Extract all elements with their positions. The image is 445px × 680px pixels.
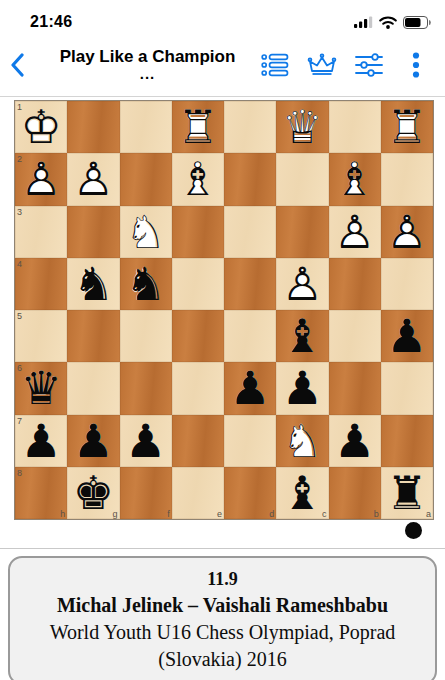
square-f1[interactable]: [120, 101, 172, 153]
square-h5[interactable]: 5: [15, 310, 67, 362]
piece-white-pawn: ♟♙: [67, 153, 119, 205]
square-a4[interactable]: [381, 258, 433, 310]
crown-button[interactable]: [298, 52, 345, 78]
sliders-icon: [354, 52, 384, 78]
cellular-signal-icon: [354, 16, 373, 28]
square-f7[interactable]: ♙♟: [120, 415, 172, 467]
piece-black-pawn: ♙♟: [224, 362, 276, 414]
piece-black-pawn: ♙♟: [381, 310, 433, 362]
square-g1[interactable]: [67, 101, 119, 153]
square-b3[interactable]: ♟♙: [329, 206, 381, 258]
piece-white-pawn: ♟♙: [15, 153, 67, 205]
piece-white-knight: ♞♘: [276, 415, 328, 467]
square-c2[interactable]: [276, 153, 328, 205]
rank-label-3: 3: [17, 207, 22, 217]
puzzle-number: 11.9: [20, 566, 425, 592]
piece-white-pawn: ♟♙: [276, 258, 328, 310]
square-e4[interactable]: [172, 258, 224, 310]
piece-white-pawn: ♟♙: [329, 206, 381, 258]
clock: 21:46: [30, 13, 72, 31]
piece-black-pawn: ♙♟: [67, 415, 119, 467]
square-f4[interactable]: ♘♞: [120, 258, 172, 310]
square-d5[interactable]: [224, 310, 276, 362]
rank-label-4: 4: [17, 259, 22, 269]
square-f5[interactable]: [120, 310, 172, 362]
rank-label-5: 5: [17, 311, 22, 321]
square-a1[interactable]: ♜♖: [381, 101, 433, 153]
square-c7[interactable]: ♞♘: [276, 415, 328, 467]
square-a2[interactable]: [381, 153, 433, 205]
square-e1[interactable]: ♜♖: [172, 101, 224, 153]
square-d7[interactable]: [224, 415, 276, 467]
square-b6[interactable]: [329, 362, 381, 414]
piece-black-pawn: ♙♟: [120, 415, 172, 467]
piece-white-rook: ♜♖: [381, 101, 433, 153]
piece-black-knight: ♘♞: [67, 258, 119, 310]
square-h1[interactable]: 1♚♔: [15, 101, 67, 153]
file-label-f: f: [167, 509, 170, 519]
file-label-b: b: [374, 509, 379, 519]
file-label-d: d: [269, 509, 274, 519]
nav-actions: [251, 51, 439, 79]
event-line: World Youth U16 Chess Olympiad, Poprad (…: [20, 619, 425, 673]
back-chevron-icon: [10, 53, 24, 77]
square-c6[interactable]: ♙♟: [276, 362, 328, 414]
back-button[interactable]: [10, 53, 44, 77]
square-e2[interactable]: ♝♗: [172, 153, 224, 205]
page-title-overflow: ...: [44, 66, 251, 83]
square-g3[interactable]: [67, 206, 119, 258]
rank-label-7: 7: [17, 416, 22, 426]
square-c1[interactable]: ♛♕: [276, 101, 328, 153]
square-g7[interactable]: ♙♟: [67, 415, 119, 467]
move-indicator-row: [0, 520, 445, 541]
game-caption: 11.9 Michal Jelinek – Vaishali Rameshbab…: [8, 556, 437, 680]
square-c4[interactable]: ♟♙: [276, 258, 328, 310]
piece-white-knight: ♞♘: [120, 206, 172, 258]
file-label-g: g: [112, 509, 117, 519]
square-e3[interactable]: [172, 206, 224, 258]
square-d2[interactable]: [224, 153, 276, 205]
square-b2[interactable]: ♝♗: [329, 153, 381, 205]
square-e8[interactable]: e: [172, 467, 224, 519]
more-menu-button[interactable]: [392, 51, 439, 79]
square-a5[interactable]: ♙♟: [381, 310, 433, 362]
square-b5[interactable]: [329, 310, 381, 362]
square-d1[interactable]: [224, 101, 276, 153]
square-d4[interactable]: [224, 258, 276, 310]
square-a6[interactable]: [381, 362, 433, 414]
piece-black-pawn: ♙♟: [15, 415, 67, 467]
rank-label-6: 6: [17, 363, 22, 373]
black-to-move-indicator: [405, 522, 422, 539]
square-d3[interactable]: [224, 206, 276, 258]
square-b7[interactable]: ♙♟: [329, 415, 381, 467]
file-label-h: h: [60, 509, 65, 519]
square-e5[interactable]: [172, 310, 224, 362]
piece-black-bishop: ♗♝: [276, 467, 328, 519]
square-e6[interactable]: [172, 362, 224, 414]
square-h8[interactable]: 8h: [15, 467, 67, 519]
file-label-e: e: [217, 509, 222, 519]
square-a3[interactable]: ♟♙: [381, 206, 433, 258]
piece-white-pawn: ♟♙: [381, 206, 433, 258]
nav-bar: Play Like a Champion ...: [0, 38, 445, 97]
square-b4[interactable]: [329, 258, 381, 310]
square-a7[interactable]: [381, 415, 433, 467]
square-e7[interactable]: [172, 415, 224, 467]
chess-board: 1♚♔♜♖♛♕♜♖2♟♙♟♙♝♗♝♗3♞♘♟♙♟♙4♘♞♘♞♟♙5♗♝♙♟6♕♛…: [14, 100, 434, 520]
board-section: 1♚♔♜♖♛♕♜♖2♟♙♟♙♝♗♝♗3♞♘♟♙♟♙4♘♞♘♞♟♙5♗♝♙♟6♕♛…: [0, 97, 445, 549]
status-bar: 21:46: [0, 0, 445, 38]
square-g6[interactable]: [67, 362, 119, 414]
piece-black-bishop: ♗♝: [276, 310, 328, 362]
square-c8[interactable]: c♗♝: [276, 467, 328, 519]
app-screen: 21:46: [0, 0, 445, 680]
square-b8[interactable]: b: [329, 467, 381, 519]
square-d8[interactable]: d: [224, 467, 276, 519]
square-h4[interactable]: 4: [15, 258, 67, 310]
piece-white-queen: ♛♕: [276, 101, 328, 153]
wifi-icon: [379, 16, 397, 29]
piece-white-bishop: ♝♗: [172, 153, 224, 205]
piece-white-bishop: ♝♗: [329, 153, 381, 205]
page-title-text: Play Like a Champion: [44, 48, 251, 67]
players-line: Michal Jelinek – Vaishali Rameshbabu: [20, 592, 425, 619]
square-g5[interactable]: [67, 310, 119, 362]
square-d6[interactable]: ♙♟: [224, 362, 276, 414]
square-f3[interactable]: ♞♘: [120, 206, 172, 258]
file-label-c: c: [322, 509, 327, 519]
square-c3[interactable]: [276, 206, 328, 258]
square-a8[interactable]: a♖♜: [381, 467, 433, 519]
piece-black-pawn: ♙♟: [276, 362, 328, 414]
kebab-menu-icon: [412, 51, 420, 79]
square-b1[interactable]: [329, 101, 381, 153]
square-h6[interactable]: 6♕♛: [15, 362, 67, 414]
square-h2[interactable]: 2♟♙: [15, 153, 67, 205]
settings-button[interactable]: [345, 52, 392, 78]
square-f8[interactable]: f: [120, 467, 172, 519]
crown-icon: [306, 52, 338, 78]
rank-label-8: 8: [17, 468, 22, 478]
piece-black-queen: ♕♛: [15, 362, 67, 414]
status-icons: [354, 16, 431, 29]
piece-white-rook: ♜♖: [172, 101, 224, 153]
square-g8[interactable]: g♔♚: [67, 467, 119, 519]
square-g4[interactable]: ♘♞: [67, 258, 119, 310]
piece-white-king: ♚♔: [15, 101, 67, 153]
rank-label-2: 2: [17, 154, 22, 164]
move-list-button[interactable]: [251, 52, 298, 78]
square-g2[interactable]: ♟♙: [67, 153, 119, 205]
page-title: Play Like a Champion ...: [44, 48, 251, 82]
square-f6[interactable]: [120, 362, 172, 414]
square-c5[interactable]: ♗♝: [276, 310, 328, 362]
piece-black-pawn: ♙♟: [329, 415, 381, 467]
file-label-a: a: [426, 509, 431, 519]
battery-icon: [403, 16, 431, 29]
piece-black-knight: ♘♞: [120, 258, 172, 310]
square-h7[interactable]: 7♙♟: [15, 415, 67, 467]
rank-label-1: 1: [17, 102, 22, 112]
square-h3[interactable]: 3: [15, 206, 67, 258]
square-f2[interactable]: [120, 153, 172, 205]
move-list-icon: [261, 52, 289, 78]
